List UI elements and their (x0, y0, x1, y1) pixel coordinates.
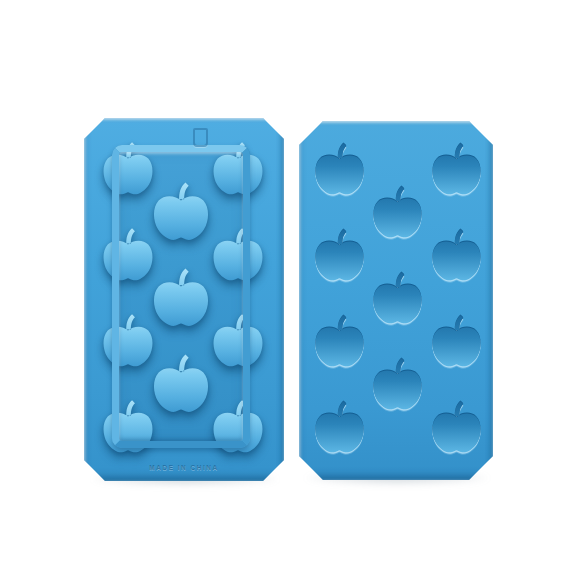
apple-cavity (428, 227, 485, 290)
apple-cavity (428, 141, 485, 204)
apple-cavity (369, 356, 426, 419)
left-tray-surface: MADE IN CHINA (84, 118, 284, 481)
apple-cavity (311, 227, 368, 290)
product-photo-scene: MADE IN CHINA (0, 0, 586, 586)
right-tray-surface (299, 121, 493, 480)
apple-cavity (428, 399, 485, 462)
apple-cavity (369, 270, 426, 333)
apple-bump (209, 398, 267, 462)
apple-cavity (311, 399, 368, 462)
apple-bump (149, 352, 213, 422)
apple-cavity (369, 184, 426, 247)
left-tray-bottom-view: MADE IN CHINA (84, 118, 284, 481)
embossed-logo-mark (193, 128, 208, 147)
apple-bump (209, 312, 267, 376)
apple-bump (149, 180, 213, 250)
made-in-china-text: MADE IN CHINA (84, 464, 284, 471)
apple-bump (209, 226, 267, 290)
right-tray-top-view (299, 121, 493, 480)
apple-bump (99, 398, 157, 462)
apple-cavity (428, 313, 485, 376)
apple-bump (149, 266, 213, 336)
apple-bump (209, 140, 267, 204)
apple-cavity (311, 141, 368, 204)
apple-cavity (311, 313, 368, 376)
